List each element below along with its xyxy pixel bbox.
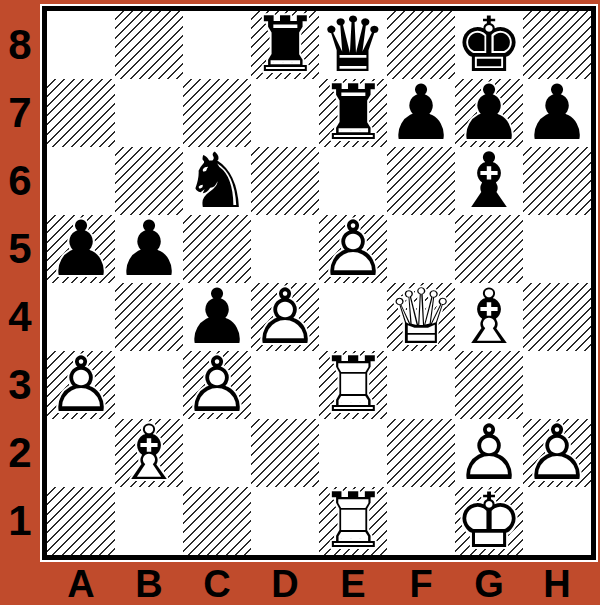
black-rook-d8[interactable]: ♜ — [251, 11, 319, 79]
black-bishop-g6[interactable]: ♝ — [455, 147, 523, 215]
square-c1[interactable] — [183, 487, 251, 555]
black-pawn-a5[interactable]: ♟ — [47, 215, 115, 283]
black-pawn-h7[interactable]: ♟ — [523, 79, 591, 147]
black-pawn-f7[interactable]: ♟ — [387, 79, 455, 147]
square-d1[interactable] — [251, 487, 319, 555]
rank-label-1: 1 — [0, 487, 40, 555]
rank-label-8: 8 — [0, 11, 40, 79]
square-g6[interactable]: ♝ — [455, 147, 523, 215]
board-grid: ♜♛♚♜♟♟♟♞♝♟♟♟♙♟♟♙♛♕♝♗♟♙♟♙♜♖♝♗♟♙♟♙♜♖♚♔ — [47, 11, 591, 555]
white-bishop-g4[interactable]: ♝♗ — [455, 283, 523, 351]
white-pawn-c3[interactable]: ♟♙ — [183, 351, 251, 419]
pawn-outline: ♙ — [523, 419, 591, 487]
file-label-C: C — [183, 563, 251, 605]
rank-label-6: 6 — [0, 147, 40, 215]
white-rook-e3[interactable]: ♜♖ — [319, 351, 387, 419]
square-h1[interactable] — [523, 487, 591, 555]
square-e1[interactable]: ♜♖ — [319, 487, 387, 555]
white-bishop-b2[interactable]: ♝♗ — [115, 419, 183, 487]
square-a2[interactable] — [47, 419, 115, 487]
square-c3[interactable]: ♟♙ — [183, 351, 251, 419]
square-b5[interactable]: ♟ — [115, 215, 183, 283]
square-g1[interactable]: ♚♔ — [455, 487, 523, 555]
square-d4[interactable]: ♟♙ — [251, 283, 319, 351]
black-rook-e7[interactable]: ♜ — [319, 79, 387, 147]
square-b4[interactable] — [115, 283, 183, 351]
square-h6[interactable] — [523, 147, 591, 215]
square-d3[interactable] — [251, 351, 319, 419]
file-labels: ABCDEFGH — [47, 563, 591, 603]
pawn-silhouette: ♟ — [387, 79, 455, 147]
file-label-G: G — [455, 563, 523, 605]
pawn-outline: ♙ — [183, 351, 251, 419]
file-label-H: H — [523, 563, 591, 605]
square-f7[interactable]: ♟ — [387, 79, 455, 147]
pawn-silhouette: ♟ — [115, 215, 183, 283]
square-b8[interactable] — [115, 11, 183, 79]
square-e3[interactable]: ♜♖ — [319, 351, 387, 419]
square-a7[interactable] — [47, 79, 115, 147]
pawn-silhouette: ♟ — [47, 215, 115, 283]
square-c2[interactable] — [183, 419, 251, 487]
pawn-outline: ♙ — [319, 215, 387, 283]
square-h2[interactable]: ♟♙ — [523, 419, 591, 487]
square-b1[interactable] — [115, 487, 183, 555]
file-label-D: D — [251, 563, 319, 605]
black-pawn-b5[interactable]: ♟ — [115, 215, 183, 283]
square-f1[interactable] — [387, 487, 455, 555]
square-d2[interactable] — [251, 419, 319, 487]
file-label-A: A — [47, 563, 115, 605]
rook-silhouette: ♜ — [251, 11, 319, 79]
rank-label-2: 2 — [0, 419, 40, 487]
square-d8[interactable]: ♜ — [251, 11, 319, 79]
square-d7[interactable] — [251, 79, 319, 147]
square-f2[interactable] — [387, 419, 455, 487]
pawn-silhouette: ♟ — [523, 79, 591, 147]
king-outline: ♔ — [455, 487, 523, 555]
square-g4[interactable]: ♝♗ — [455, 283, 523, 351]
square-b7[interactable] — [115, 79, 183, 147]
square-a1[interactable] — [47, 487, 115, 555]
pawn-outline: ♙ — [47, 351, 115, 419]
rook-outline: ♖ — [319, 487, 387, 555]
rook-outline: ♖ — [319, 351, 387, 419]
chess-diagram: 87654321 ♜♛♚♜♟♟♟♞♝♟♟♟♙♟♟♙♛♕♝♗♟♙♟♙♜♖♝♗♟♙♟… — [0, 0, 600, 605]
square-a3[interactable]: ♟♙ — [47, 351, 115, 419]
square-c6[interactable]: ♞ — [183, 147, 251, 215]
square-h4[interactable] — [523, 283, 591, 351]
rook-silhouette: ♜ — [319, 79, 387, 147]
white-pawn-d4[interactable]: ♟♙ — [251, 283, 319, 351]
bishop-outline: ♗ — [455, 283, 523, 351]
square-h5[interactable] — [523, 215, 591, 283]
square-d6[interactable] — [251, 147, 319, 215]
white-rook-e1[interactable]: ♜♖ — [319, 487, 387, 555]
square-a5[interactable]: ♟ — [47, 215, 115, 283]
queen-outline: ♕ — [387, 283, 455, 351]
rank-label-7: 7 — [0, 79, 40, 147]
white-pawn-h2[interactable]: ♟♙ — [523, 419, 591, 487]
black-knight-c6[interactable]: ♞ — [183, 147, 251, 215]
file-label-E: E — [319, 563, 387, 605]
file-label-B: B — [115, 563, 183, 605]
rank-label-4: 4 — [0, 283, 40, 351]
bishop-outline: ♗ — [115, 419, 183, 487]
square-e7[interactable]: ♜ — [319, 79, 387, 147]
board-frame: ♜♛♚♜♟♟♟♞♝♟♟♟♙♟♟♙♛♕♝♗♟♙♟♙♜♖♝♗♟♙♟♙♜♖♚♔ — [42, 6, 596, 560]
rank-label-5: 5 — [0, 215, 40, 283]
white-pawn-a3[interactable]: ♟♙ — [47, 351, 115, 419]
file-label-F: F — [387, 563, 455, 605]
square-e5[interactable]: ♟♙ — [319, 215, 387, 283]
white-pawn-e5[interactable]: ♟♙ — [319, 215, 387, 283]
pawn-outline: ♙ — [251, 283, 319, 351]
rank-labels: 87654321 — [0, 11, 40, 555]
white-queen-f4[interactable]: ♛♕ — [387, 283, 455, 351]
white-king-g1[interactable]: ♚♔ — [455, 487, 523, 555]
square-f3[interactable] — [387, 351, 455, 419]
square-c8[interactable] — [183, 11, 251, 79]
square-b2[interactable]: ♝♗ — [115, 419, 183, 487]
square-h7[interactable]: ♟ — [523, 79, 591, 147]
square-f6[interactable] — [387, 147, 455, 215]
square-a8[interactable] — [47, 11, 115, 79]
knight-silhouette: ♞ — [183, 147, 251, 215]
square-f4[interactable]: ♛♕ — [387, 283, 455, 351]
bishop-silhouette: ♝ — [455, 147, 523, 215]
rank-label-3: 3 — [0, 351, 40, 419]
